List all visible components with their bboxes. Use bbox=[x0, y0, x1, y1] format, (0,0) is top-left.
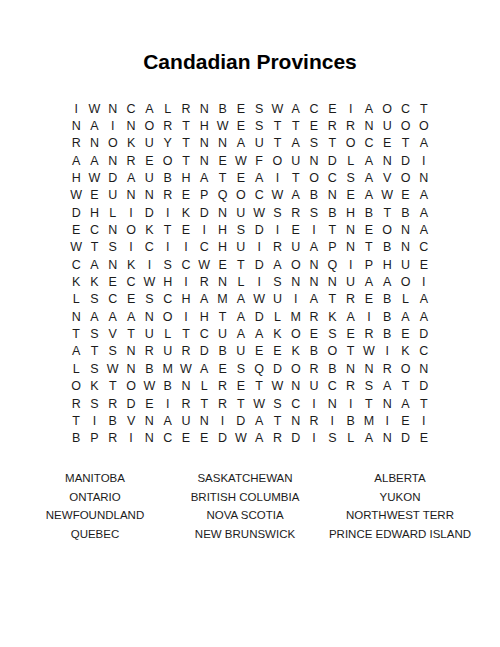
grid-cell-r13c18[interactable]: B bbox=[378, 308, 396, 325]
grid-cell-r11c11[interactable]: I bbox=[250, 273, 268, 290]
grid-cell-r10c11[interactable]: D bbox=[250, 256, 268, 273]
grid-cell-r4c10[interactable]: W bbox=[232, 152, 250, 169]
grid-cell-r11c20[interactable]: I bbox=[415, 273, 433, 290]
grid-cell-r9c5[interactable]: C bbox=[140, 239, 158, 256]
grid-cell-r18c17[interactable]: T bbox=[360, 395, 378, 412]
grid-cell-r15c10[interactable]: U bbox=[232, 343, 250, 360]
grid-cell-r8c7[interactable]: E bbox=[177, 221, 195, 238]
grid-cell-r1c13[interactable]: A bbox=[287, 100, 305, 117]
grid-cell-r14c19[interactable]: E bbox=[396, 325, 414, 342]
grid-cell-r5c4[interactable]: A bbox=[122, 169, 140, 186]
grid-cell-r9c13[interactable]: U bbox=[287, 239, 305, 256]
grid-cell-r12c11[interactable]: W bbox=[250, 291, 268, 308]
grid-cell-r3c18[interactable]: E bbox=[378, 135, 396, 152]
grid-cell-r17c4[interactable]: O bbox=[122, 378, 140, 395]
grid-cell-r11c10[interactable]: L bbox=[232, 273, 250, 290]
grid-cell-r10c9[interactable]: E bbox=[213, 256, 231, 273]
grid-cell-r12c5[interactable]: S bbox=[140, 291, 158, 308]
grid-cell-r11c19[interactable]: O bbox=[396, 273, 414, 290]
grid-cell-r13c11[interactable]: D bbox=[250, 308, 268, 325]
grid-cell-r17c6[interactable]: B bbox=[159, 378, 177, 395]
grid-cell-r10c8[interactable]: W bbox=[195, 256, 213, 273]
grid-cell-r8c20[interactable]: A bbox=[415, 221, 433, 238]
grid-cell-r1c18[interactable]: O bbox=[378, 100, 396, 117]
grid-cell-r7c7[interactable]: K bbox=[177, 204, 195, 221]
grid-cell-r20c15[interactable]: S bbox=[323, 430, 341, 447]
grid-cell-r9c7[interactable]: I bbox=[177, 239, 195, 256]
grid-cell-r19c9[interactable]: I bbox=[213, 412, 231, 429]
grid-cell-r7c12[interactable]: S bbox=[268, 204, 286, 221]
grid-cell-r8c11[interactable]: D bbox=[250, 221, 268, 238]
grid-cell-r6c12[interactable]: W bbox=[268, 187, 286, 204]
grid-cell-r10c6[interactable]: S bbox=[159, 256, 177, 273]
grid-cell-r1c17[interactable]: A bbox=[360, 100, 378, 117]
grid-cell-r2c15[interactable]: R bbox=[323, 117, 341, 134]
grid-cell-r4c3[interactable]: N bbox=[104, 152, 122, 169]
grid-cell-r20c14[interactable]: I bbox=[305, 430, 323, 447]
grid-cell-r11c16[interactable]: U bbox=[341, 273, 359, 290]
grid-cell-r1c2[interactable]: W bbox=[85, 100, 103, 117]
grid-cell-r9c10[interactable]: U bbox=[232, 239, 250, 256]
grid-cell-r15c2[interactable]: T bbox=[85, 343, 103, 360]
grid-cell-r20c8[interactable]: E bbox=[195, 430, 213, 447]
grid-cell-r17c7[interactable]: N bbox=[177, 378, 195, 395]
grid-cell-r3c12[interactable]: T bbox=[268, 135, 286, 152]
grid-cell-r1c15[interactable]: E bbox=[323, 100, 341, 117]
grid-cell-r14c20[interactable]: D bbox=[415, 325, 433, 342]
grid-cell-r3c8[interactable]: N bbox=[195, 135, 213, 152]
grid-cell-r5c8[interactable]: A bbox=[195, 169, 213, 186]
grid-cell-r5c5[interactable]: U bbox=[140, 169, 158, 186]
grid-cell-r6c7[interactable]: E bbox=[177, 187, 195, 204]
grid-cell-r16c11[interactable]: Q bbox=[250, 360, 268, 377]
grid-cell-r20c7[interactable]: E bbox=[177, 430, 195, 447]
grid-cell-r19c14[interactable]: R bbox=[305, 412, 323, 429]
grid-cell-r9c12[interactable]: R bbox=[268, 239, 286, 256]
grid-cell-r7c14[interactable]: S bbox=[305, 204, 323, 221]
grid-cell-r2c4[interactable]: N bbox=[122, 117, 140, 134]
grid-cell-r10c3[interactable]: N bbox=[104, 256, 122, 273]
grid-cell-r12c16[interactable]: R bbox=[341, 291, 359, 308]
grid-cell-r2c17[interactable]: N bbox=[360, 117, 378, 134]
grid-cell-r9c15[interactable]: P bbox=[323, 239, 341, 256]
grid-cell-r6c20[interactable]: A bbox=[415, 187, 433, 204]
grid-cell-r12c12[interactable]: U bbox=[268, 291, 286, 308]
grid-cell-r2c3[interactable]: I bbox=[104, 117, 122, 134]
grid-cell-r4c20[interactable]: I bbox=[415, 152, 433, 169]
grid-cell-r17c5[interactable]: W bbox=[140, 378, 158, 395]
grid-cell-r17c8[interactable]: L bbox=[195, 378, 213, 395]
grid-cell-r18c1[interactable]: R bbox=[67, 395, 85, 412]
grid-cell-r6c18[interactable]: W bbox=[378, 187, 396, 204]
grid-cell-r20c2[interactable]: P bbox=[85, 430, 103, 447]
grid-cell-r7c16[interactable]: H bbox=[341, 204, 359, 221]
grid-cell-r11c18[interactable]: A bbox=[378, 273, 396, 290]
grid-cell-r15c5[interactable]: R bbox=[140, 343, 158, 360]
grid-cell-r15c17[interactable]: W bbox=[360, 343, 378, 360]
grid-cell-r12c7[interactable]: H bbox=[177, 291, 195, 308]
grid-cell-r6c16[interactable]: E bbox=[341, 187, 359, 204]
grid-cell-r13c1[interactable]: N bbox=[67, 308, 85, 325]
grid-cell-r8c8[interactable]: I bbox=[195, 221, 213, 238]
grid-cell-r5c16[interactable]: S bbox=[341, 169, 359, 186]
grid-cell-r20c9[interactable]: D bbox=[213, 430, 231, 447]
grid-cell-r4c16[interactable]: L bbox=[341, 152, 359, 169]
grid-cell-r18c16[interactable]: I bbox=[341, 395, 359, 412]
grid-cell-r14c4[interactable]: T bbox=[122, 325, 140, 342]
grid-cell-r8c17[interactable]: E bbox=[360, 221, 378, 238]
grid-cell-r20c4[interactable]: I bbox=[122, 430, 140, 447]
grid-cell-r11c14[interactable]: N bbox=[305, 273, 323, 290]
grid-cell-r7c20[interactable]: A bbox=[415, 204, 433, 221]
grid-cell-r15c6[interactable]: U bbox=[159, 343, 177, 360]
grid-cell-r14c15[interactable]: S bbox=[323, 325, 341, 342]
grid-cell-r20c6[interactable]: C bbox=[159, 430, 177, 447]
grid-cell-r14c18[interactable]: B bbox=[378, 325, 396, 342]
grid-cell-r4c18[interactable]: N bbox=[378, 152, 396, 169]
grid-cell-r6c9[interactable]: Q bbox=[213, 187, 231, 204]
grid-cell-r11c3[interactable]: E bbox=[104, 273, 122, 290]
grid-cell-r16c3[interactable]: W bbox=[104, 360, 122, 377]
grid-cell-r6c5[interactable]: N bbox=[140, 187, 158, 204]
grid-cell-r17c10[interactable]: E bbox=[232, 378, 250, 395]
grid-cell-r7c2[interactable]: H bbox=[85, 204, 103, 221]
grid-cell-r18c13[interactable]: C bbox=[287, 395, 305, 412]
grid-cell-r6c14[interactable]: B bbox=[305, 187, 323, 204]
grid-cell-r14c3[interactable]: V bbox=[104, 325, 122, 342]
grid-cell-r6c1[interactable]: W bbox=[67, 187, 85, 204]
grid-cell-r14c1[interactable]: T bbox=[67, 325, 85, 342]
grid-cell-r11c17[interactable]: A bbox=[360, 273, 378, 290]
grid-cell-r8c2[interactable]: C bbox=[85, 221, 103, 238]
grid-cell-r10c13[interactable]: O bbox=[287, 256, 305, 273]
grid-cell-r9c19[interactable]: N bbox=[396, 239, 414, 256]
grid-cell-r17c9[interactable]: R bbox=[213, 378, 231, 395]
grid-cell-r6c10[interactable]: O bbox=[232, 187, 250, 204]
grid-cell-r13c13[interactable]: M bbox=[287, 308, 305, 325]
grid-cell-r7c4[interactable]: I bbox=[122, 204, 140, 221]
grid-cell-r6c13[interactable]: A bbox=[287, 187, 305, 204]
grid-cell-r5c13[interactable]: T bbox=[287, 169, 305, 186]
grid-cell-r16c17[interactable]: N bbox=[360, 360, 378, 377]
grid-cell-r20c1[interactable]: B bbox=[67, 430, 85, 447]
grid-cell-r8c15[interactable]: T bbox=[323, 221, 341, 238]
grid-cell-r12c6[interactable]: C bbox=[159, 291, 177, 308]
grid-cell-r18c8[interactable]: T bbox=[195, 395, 213, 412]
grid-cell-r6c6[interactable]: R bbox=[159, 187, 177, 204]
grid-cell-r20c18[interactable]: N bbox=[378, 430, 396, 447]
grid-cell-r8c10[interactable]: S bbox=[232, 221, 250, 238]
grid-cell-r4c19[interactable]: D bbox=[396, 152, 414, 169]
grid-cell-r1c16[interactable]: I bbox=[341, 100, 359, 117]
grid-cell-r4c12[interactable]: O bbox=[268, 152, 286, 169]
grid-cell-r18c15[interactable]: N bbox=[323, 395, 341, 412]
grid-cell-r2c9[interactable]: W bbox=[213, 117, 231, 134]
grid-cell-r12c17[interactable]: E bbox=[360, 291, 378, 308]
grid-cell-r5c15[interactable]: C bbox=[323, 169, 341, 186]
grid-cell-r11c4[interactable]: C bbox=[122, 273, 140, 290]
grid-cell-r16c2[interactable]: S bbox=[85, 360, 103, 377]
grid-cell-r14c12[interactable]: K bbox=[268, 325, 286, 342]
grid-cell-r8c6[interactable]: T bbox=[159, 221, 177, 238]
grid-cell-r5c1[interactable]: H bbox=[67, 169, 85, 186]
grid-cell-r8c5[interactable]: K bbox=[140, 221, 158, 238]
grid-cell-r5c14[interactable]: O bbox=[305, 169, 323, 186]
grid-cell-r2c8[interactable]: H bbox=[195, 117, 213, 134]
grid-cell-r18c11[interactable]: W bbox=[250, 395, 268, 412]
grid-cell-r13c7[interactable]: I bbox=[177, 308, 195, 325]
grid-cell-r6c8[interactable]: P bbox=[195, 187, 213, 204]
grid-cell-r13c15[interactable]: K bbox=[323, 308, 341, 325]
grid-cell-r20c20[interactable]: E bbox=[415, 430, 433, 447]
grid-cell-r18c6[interactable]: I bbox=[159, 395, 177, 412]
grid-cell-r12c3[interactable]: C bbox=[104, 291, 122, 308]
grid-cell-r8c1[interactable]: E bbox=[67, 221, 85, 238]
grid-cell-r18c20[interactable]: T bbox=[415, 395, 433, 412]
grid-cell-r13c14[interactable]: R bbox=[305, 308, 323, 325]
grid-cell-r2c14[interactable]: E bbox=[305, 117, 323, 134]
grid-cell-r1c20[interactable]: T bbox=[415, 100, 433, 117]
grid-cell-r16c20[interactable]: N bbox=[415, 360, 433, 377]
grid-cell-r17c16[interactable]: R bbox=[341, 378, 359, 395]
grid-cell-r18c4[interactable]: D bbox=[122, 395, 140, 412]
grid-cell-r19c4[interactable]: V bbox=[122, 412, 140, 429]
grid-cell-r20c3[interactable]: R bbox=[104, 430, 122, 447]
grid-cell-r2c13[interactable]: T bbox=[287, 117, 305, 134]
grid-cell-r9c20[interactable]: C bbox=[415, 239, 433, 256]
grid-cell-r12c15[interactable]: T bbox=[323, 291, 341, 308]
grid-cell-r4c1[interactable]: A bbox=[67, 152, 85, 169]
grid-cell-r7c18[interactable]: T bbox=[378, 204, 396, 221]
grid-cell-r20c17[interactable]: A bbox=[360, 430, 378, 447]
grid-cell-r15c20[interactable]: C bbox=[415, 343, 433, 360]
grid-cell-r16c16[interactable]: N bbox=[341, 360, 359, 377]
grid-cell-r15c1[interactable]: A bbox=[67, 343, 85, 360]
grid-cell-r19c20[interactable]: I bbox=[415, 412, 433, 429]
grid-cell-r19c11[interactable]: A bbox=[250, 412, 268, 429]
grid-cell-r2c6[interactable]: R bbox=[159, 117, 177, 134]
grid-cell-r12c1[interactable]: L bbox=[67, 291, 85, 308]
grid-cell-r7c8[interactable]: D bbox=[195, 204, 213, 221]
grid-cell-r16c6[interactable]: M bbox=[159, 360, 177, 377]
grid-cell-r1c10[interactable]: E bbox=[232, 100, 250, 117]
grid-cell-r17c1[interactable]: O bbox=[67, 378, 85, 395]
grid-cell-r13c17[interactable]: I bbox=[360, 308, 378, 325]
grid-cell-r12c18[interactable]: B bbox=[378, 291, 396, 308]
grid-cell-r2c12[interactable]: T bbox=[268, 117, 286, 134]
grid-cell-r7c19[interactable]: B bbox=[396, 204, 414, 221]
grid-cell-r6c19[interactable]: E bbox=[396, 187, 414, 204]
grid-cell-r10c12[interactable]: A bbox=[268, 256, 286, 273]
grid-cell-r16c12[interactable]: D bbox=[268, 360, 286, 377]
grid-cell-r14c14[interactable]: E bbox=[305, 325, 323, 342]
grid-cell-r5c7[interactable]: H bbox=[177, 169, 195, 186]
grid-cell-r13c8[interactable]: H bbox=[195, 308, 213, 325]
grid-cell-r3c3[interactable]: O bbox=[104, 135, 122, 152]
grid-cell-r1c19[interactable]: C bbox=[396, 100, 414, 117]
grid-cell-r15c18[interactable]: I bbox=[378, 343, 396, 360]
grid-cell-r9c17[interactable]: T bbox=[360, 239, 378, 256]
grid-cell-r14c9[interactable]: U bbox=[213, 325, 231, 342]
grid-cell-r9c2[interactable]: T bbox=[85, 239, 103, 256]
grid-cell-r10c5[interactable]: I bbox=[140, 256, 158, 273]
grid-cell-r16c15[interactable]: B bbox=[323, 360, 341, 377]
grid-cell-r8c14[interactable]: I bbox=[305, 221, 323, 238]
grid-cell-r16c4[interactable]: N bbox=[122, 360, 140, 377]
grid-cell-r8c13[interactable]: E bbox=[287, 221, 305, 238]
grid-cell-r5c17[interactable]: A bbox=[360, 169, 378, 186]
grid-cell-r15c12[interactable]: E bbox=[268, 343, 286, 360]
grid-cell-r14c5[interactable]: U bbox=[140, 325, 158, 342]
grid-cell-r17c18[interactable]: A bbox=[378, 378, 396, 395]
grid-cell-r19c8[interactable]: N bbox=[195, 412, 213, 429]
grid-cell-r14c8[interactable]: C bbox=[195, 325, 213, 342]
grid-cell-r20c12[interactable]: R bbox=[268, 430, 286, 447]
grid-cell-r17c17[interactable]: S bbox=[360, 378, 378, 395]
grid-cell-r18c3[interactable]: R bbox=[104, 395, 122, 412]
grid-cell-r5c19[interactable]: O bbox=[396, 169, 414, 186]
grid-cell-r7c6[interactable]: I bbox=[159, 204, 177, 221]
grid-cell-r3c6[interactable]: Y bbox=[159, 135, 177, 152]
grid-cell-r18c9[interactable]: R bbox=[213, 395, 231, 412]
grid-cell-r2c5[interactable]: O bbox=[140, 117, 158, 134]
grid-cell-r1c4[interactable]: C bbox=[122, 100, 140, 117]
grid-cell-r4c17[interactable]: A bbox=[360, 152, 378, 169]
grid-cell-r4c8[interactable]: N bbox=[195, 152, 213, 169]
grid-cell-r11c7[interactable]: I bbox=[177, 273, 195, 290]
grid-cell-r7c13[interactable]: R bbox=[287, 204, 305, 221]
grid-cell-r5c11[interactable]: A bbox=[250, 169, 268, 186]
grid-cell-r1c5[interactable]: A bbox=[140, 100, 158, 117]
grid-cell-r11c13[interactable]: N bbox=[287, 273, 305, 290]
grid-cell-r7c3[interactable]: L bbox=[104, 204, 122, 221]
grid-cell-r3c1[interactable]: R bbox=[67, 135, 85, 152]
grid-cell-r13c6[interactable]: O bbox=[159, 308, 177, 325]
grid-cell-r3c2[interactable]: N bbox=[85, 135, 103, 152]
grid-cell-r17c3[interactable]: T bbox=[104, 378, 122, 395]
grid-cell-r6c4[interactable]: N bbox=[122, 187, 140, 204]
grid-cell-r9c9[interactable]: H bbox=[213, 239, 231, 256]
grid-cell-r16c1[interactable]: L bbox=[67, 360, 85, 377]
grid-cell-r15c3[interactable]: S bbox=[104, 343, 122, 360]
grid-cell-r13c4[interactable]: A bbox=[122, 308, 140, 325]
grid-cell-r19c17[interactable]: M bbox=[360, 412, 378, 429]
grid-cell-r14c13[interactable]: O bbox=[287, 325, 305, 342]
grid-cell-r19c5[interactable]: N bbox=[140, 412, 158, 429]
grid-cell-r1c9[interactable]: B bbox=[213, 100, 231, 117]
grid-cell-r19c7[interactable]: U bbox=[177, 412, 195, 429]
grid-cell-r13c9[interactable]: T bbox=[213, 308, 231, 325]
grid-cell-r13c3[interactable]: A bbox=[104, 308, 122, 325]
grid-cell-r5c2[interactable]: W bbox=[85, 169, 103, 186]
grid-cell-r15c7[interactable]: R bbox=[177, 343, 195, 360]
grid-cell-r16c7[interactable]: W bbox=[177, 360, 195, 377]
grid-cell-r10c4[interactable]: K bbox=[122, 256, 140, 273]
grid-cell-r4c4[interactable]: R bbox=[122, 152, 140, 169]
grid-cell-r9c1[interactable]: W bbox=[67, 239, 85, 256]
grid-cell-r1c12[interactable]: W bbox=[268, 100, 286, 117]
grid-cell-r4c15[interactable]: D bbox=[323, 152, 341, 169]
grid-cell-r15c15[interactable]: O bbox=[323, 343, 341, 360]
grid-cell-r6c15[interactable]: N bbox=[323, 187, 341, 204]
grid-cell-r2c7[interactable]: T bbox=[177, 117, 195, 134]
grid-cell-r16c10[interactable]: S bbox=[232, 360, 250, 377]
grid-cell-r11c2[interactable]: K bbox=[85, 273, 103, 290]
grid-cell-r15c14[interactable]: B bbox=[305, 343, 323, 360]
grid-cell-r4c5[interactable]: E bbox=[140, 152, 158, 169]
grid-cell-r8c12[interactable]: I bbox=[268, 221, 286, 238]
grid-cell-r2c20[interactable]: O bbox=[415, 117, 433, 134]
grid-cell-r3c20[interactable]: A bbox=[415, 135, 433, 152]
grid-cell-r18c5[interactable]: E bbox=[140, 395, 158, 412]
grid-cell-r12c20[interactable]: A bbox=[415, 291, 433, 308]
grid-cell-r11c1[interactable]: K bbox=[67, 273, 85, 290]
grid-cell-r19c18[interactable]: I bbox=[378, 412, 396, 429]
grid-cell-r2c1[interactable]: N bbox=[67, 117, 85, 134]
grid-cell-r17c13[interactable]: N bbox=[287, 378, 305, 395]
grid-cell-r15c8[interactable]: D bbox=[195, 343, 213, 360]
grid-cell-r1c3[interactable]: N bbox=[104, 100, 122, 117]
grid-cell-r9c3[interactable]: S bbox=[104, 239, 122, 256]
grid-cell-r17c12[interactable]: W bbox=[268, 378, 286, 395]
grid-cell-r17c11[interactable]: T bbox=[250, 378, 268, 395]
grid-cell-r20c13[interactable]: D bbox=[287, 430, 305, 447]
grid-cell-r8c4[interactable]: O bbox=[122, 221, 140, 238]
grid-cell-r20c19[interactable]: D bbox=[396, 430, 414, 447]
grid-cell-r17c2[interactable]: K bbox=[85, 378, 103, 395]
grid-cell-r20c5[interactable]: N bbox=[140, 430, 158, 447]
grid-cell-r15c11[interactable]: E bbox=[250, 343, 268, 360]
grid-cell-r4c9[interactable]: E bbox=[213, 152, 231, 169]
grid-cell-r5c10[interactable]: E bbox=[232, 169, 250, 186]
grid-cell-r11c5[interactable]: W bbox=[140, 273, 158, 290]
grid-cell-r10c20[interactable]: E bbox=[415, 256, 433, 273]
grid-cell-r10c16[interactable]: I bbox=[341, 256, 359, 273]
grid-cell-r15c4[interactable]: N bbox=[122, 343, 140, 360]
grid-cell-r4c11[interactable]: F bbox=[250, 152, 268, 169]
grid-cell-r17c14[interactable]: U bbox=[305, 378, 323, 395]
grid-cell-r7c17[interactable]: B bbox=[360, 204, 378, 221]
grid-cell-r19c2[interactable]: I bbox=[85, 412, 103, 429]
grid-cell-r10c10[interactable]: T bbox=[232, 256, 250, 273]
grid-cell-r10c19[interactable]: U bbox=[396, 256, 414, 273]
grid-cell-r3c11[interactable]: U bbox=[250, 135, 268, 152]
grid-cell-r1c14[interactable]: C bbox=[305, 100, 323, 117]
grid-cell-r17c20[interactable]: D bbox=[415, 378, 433, 395]
grid-cell-r3c9[interactable]: N bbox=[213, 135, 231, 152]
grid-cell-r8c9[interactable]: H bbox=[213, 221, 231, 238]
grid-cell-r11c6[interactable]: H bbox=[159, 273, 177, 290]
grid-cell-r3c10[interactable]: A bbox=[232, 135, 250, 152]
grid-cell-r9c11[interactable]: I bbox=[250, 239, 268, 256]
grid-cell-r15c13[interactable]: K bbox=[287, 343, 305, 360]
grid-cell-r3c17[interactable]: C bbox=[360, 135, 378, 152]
grid-cell-r14c11[interactable]: A bbox=[250, 325, 268, 342]
grid-cell-r13c19[interactable]: A bbox=[396, 308, 414, 325]
grid-cell-r1c11[interactable]: S bbox=[250, 100, 268, 117]
grid-cell-r1c6[interactable]: L bbox=[159, 100, 177, 117]
grid-cell-r9c4[interactable]: I bbox=[122, 239, 140, 256]
grid-cell-r6c17[interactable]: A bbox=[360, 187, 378, 204]
grid-cell-r5c3[interactable]: D bbox=[104, 169, 122, 186]
grid-cell-r19c15[interactable]: I bbox=[323, 412, 341, 429]
grid-cell-r15c19[interactable]: K bbox=[396, 343, 414, 360]
grid-cell-r19c13[interactable]: N bbox=[287, 412, 305, 429]
grid-cell-r14c17[interactable]: R bbox=[360, 325, 378, 342]
grid-cell-r18c7[interactable]: R bbox=[177, 395, 195, 412]
grid-cell-r3c16[interactable]: O bbox=[341, 135, 359, 152]
grid-cell-r13c10[interactable]: A bbox=[232, 308, 250, 325]
